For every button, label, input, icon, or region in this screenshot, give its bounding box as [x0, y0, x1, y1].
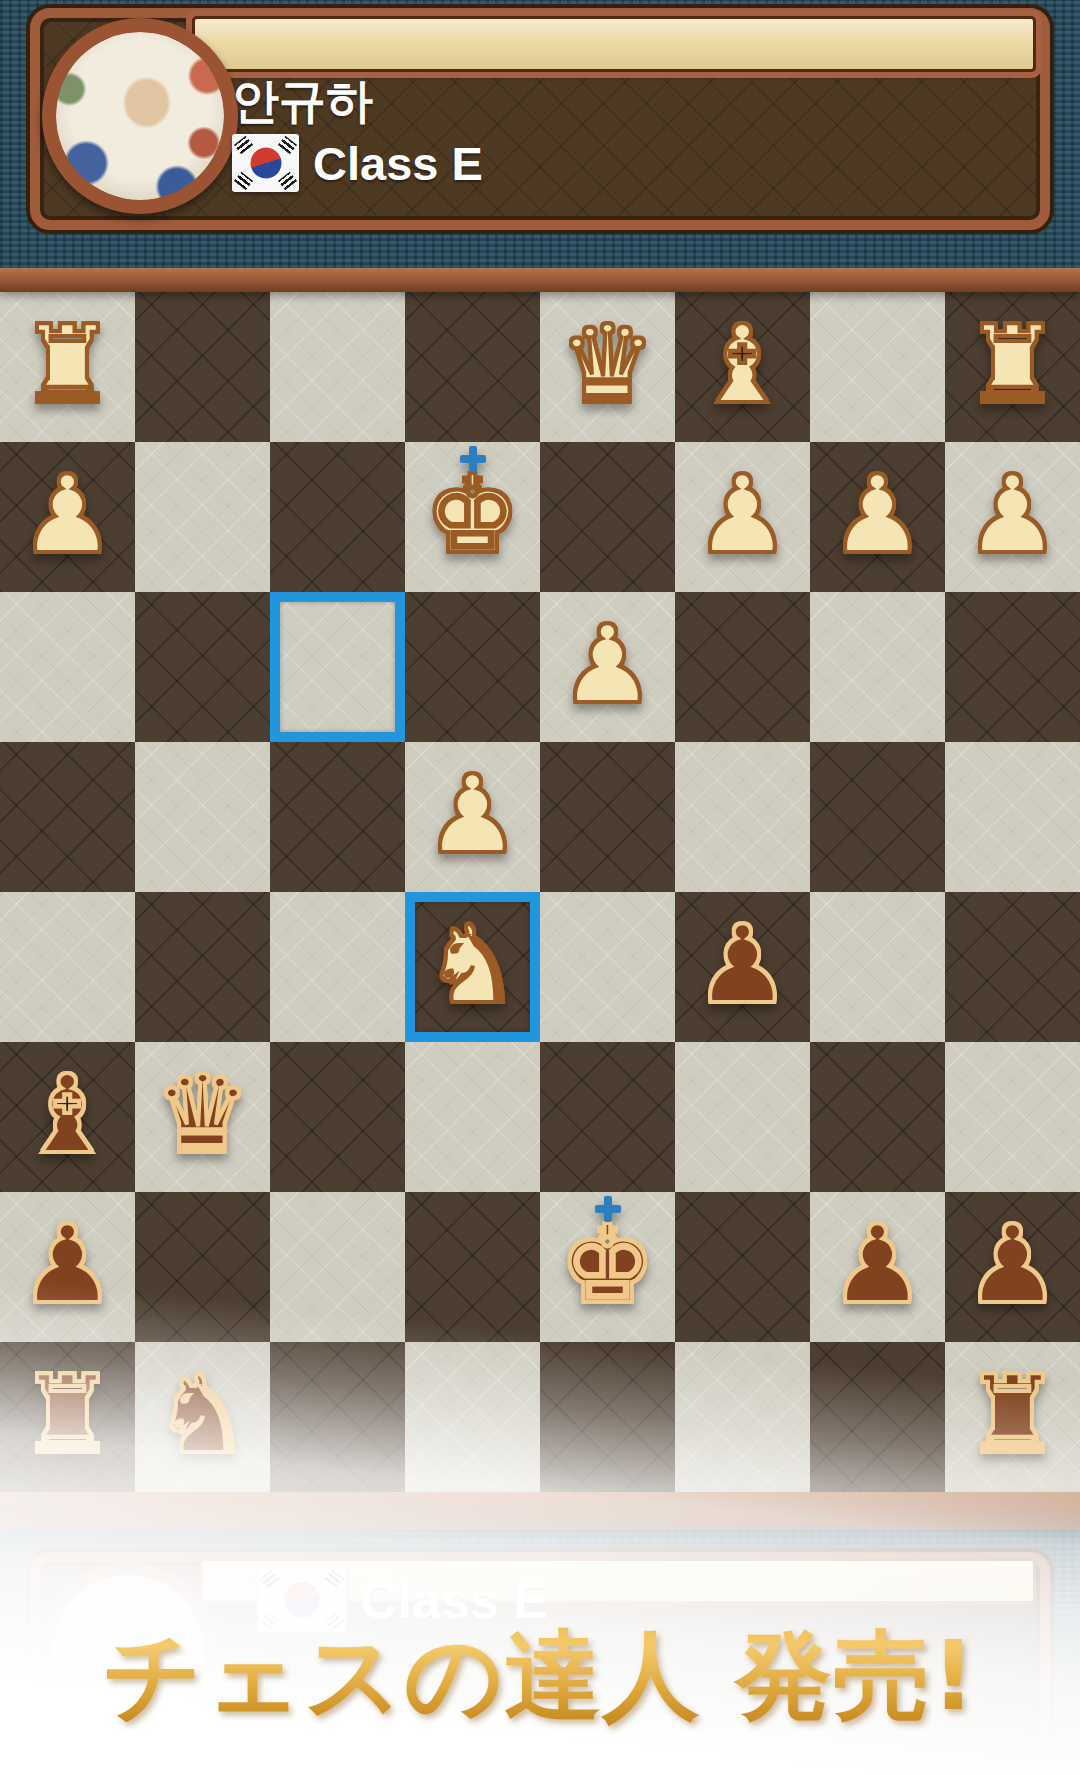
square-r2c1[interactable]: ♟ — [0, 442, 135, 592]
square-r5c1[interactable] — [0, 892, 135, 1042]
opponent-timer-bar — [192, 16, 1036, 72]
square-r2c6[interactable]: ♟ — [675, 442, 810, 592]
trigram-icon — [278, 136, 297, 155]
square-r8c1[interactable]: ♜ — [0, 1342, 135, 1492]
app-screen: 안규하 Class E ♜♛♝♜♟♚♟♟♟♟♟♞♟♝♛♟♚♟♟♜♞♜ — [0, 0, 1080, 1775]
cream-pawn: ♟ — [405, 742, 540, 892]
top-header-background: 안규하 Class E — [0, 0, 1080, 292]
opponent-name: 안규하 — [232, 70, 373, 133]
square-r6c3[interactable] — [270, 1042, 405, 1192]
square-r1c7[interactable] — [810, 292, 945, 442]
square-r3c8[interactable] — [945, 592, 1080, 742]
square-r7c1[interactable]: ♟ — [0, 1192, 135, 1342]
cream-pawn: ♟ — [675, 442, 810, 592]
brown-pawn: ♟ — [810, 1192, 945, 1342]
square-r5c4[interactable]: ♞ — [405, 892, 540, 1042]
brown-knight: ♞ — [135, 1342, 270, 1492]
opponent-panel: 안규하 Class E — [30, 8, 1050, 230]
square-r3c4[interactable] — [405, 592, 540, 742]
square-r8c2[interactable]: ♞ — [135, 1342, 270, 1492]
square-r6c2[interactable]: ♛ — [135, 1042, 270, 1192]
trigram-icon — [278, 172, 297, 191]
square-r3c6[interactable] — [675, 592, 810, 742]
korea-flag-icon — [232, 134, 299, 192]
brown-pawn: ♟ — [0, 1192, 135, 1342]
king-cross-icon — [458, 444, 488, 474]
cream-bishop: ♝ — [675, 292, 810, 442]
square-r3c3[interactable] — [270, 592, 405, 742]
square-r6c4[interactable] — [405, 1042, 540, 1192]
square-r7c2[interactable] — [135, 1192, 270, 1342]
square-r2c7[interactable]: ♟ — [810, 442, 945, 592]
square-r3c1[interactable] — [0, 592, 135, 742]
trigram-icon — [325, 1570, 344, 1589]
square-r3c2[interactable] — [135, 592, 270, 742]
avatar-photo — [56, 32, 224, 200]
brown-bishop: ♝ — [0, 1042, 135, 1192]
opponent-avatar[interactable] — [42, 18, 238, 214]
square-r4c2[interactable] — [135, 742, 270, 892]
opponent-rating-row: Class E — [232, 134, 483, 192]
brown-king: ♚ — [540, 1192, 675, 1342]
square-r5c3[interactable] — [270, 892, 405, 1042]
square-r8c3[interactable] — [270, 1342, 405, 1492]
brown-queen: ♛ — [135, 1042, 270, 1192]
cream-rook: ♜ — [945, 292, 1080, 442]
brown-rook: ♜ — [945, 1342, 1080, 1492]
square-r7c5[interactable]: ♚ — [540, 1192, 675, 1342]
square-r4c4[interactable]: ♟ — [405, 742, 540, 892]
cream-pawn: ♟ — [0, 442, 135, 592]
cream-king: ♚ — [405, 442, 540, 592]
square-r2c8[interactable]: ♟ — [945, 442, 1080, 592]
square-r5c6[interactable]: ♟ — [675, 892, 810, 1042]
square-r2c3[interactable] — [270, 442, 405, 592]
square-r8c5[interactable] — [540, 1342, 675, 1492]
brown-rook: ♜ — [0, 1342, 135, 1492]
cream-pawn: ♟ — [540, 592, 675, 742]
brown-pawn: ♟ — [945, 1192, 1080, 1342]
square-r1c6[interactable]: ♝ — [675, 292, 810, 442]
cream-pawn: ♟ — [810, 442, 945, 592]
square-r4c1[interactable] — [0, 742, 135, 892]
cream-knight: ♞ — [405, 892, 540, 1042]
brown-pawn: ♟ — [675, 892, 810, 1042]
square-r4c7[interactable] — [810, 742, 945, 892]
square-r3c5[interactable]: ♟ — [540, 592, 675, 742]
square-r7c8[interactable]: ♟ — [945, 1192, 1080, 1342]
cream-pawn: ♟ — [945, 442, 1080, 592]
square-r7c4[interactable] — [405, 1192, 540, 1342]
square-r1c3[interactable] — [270, 292, 405, 442]
wood-divider-bottom — [0, 1492, 1080, 1530]
square-r1c8[interactable]: ♜ — [945, 292, 1080, 442]
square-r8c8[interactable]: ♜ — [945, 1342, 1080, 1492]
chess-board[interactable]: ♜♛♝♜♟♚♟♟♟♟♟♞♟♝♛♟♚♟♟♜♞♜ — [0, 292, 1080, 1492]
square-r5c2[interactable] — [135, 892, 270, 1042]
trigram-icon — [234, 136, 253, 155]
square-r6c1[interactable]: ♝ — [0, 1042, 135, 1192]
square-r5c7[interactable] — [810, 892, 945, 1042]
square-r6c5[interactable] — [540, 1042, 675, 1192]
taeguk-icon — [246, 143, 285, 182]
square-r2c2[interactable] — [135, 442, 270, 592]
square-r4c5[interactable] — [540, 742, 675, 892]
square-r7c7[interactable]: ♟ — [810, 1192, 945, 1342]
square-r6c8[interactable] — [945, 1042, 1080, 1192]
square-r6c6[interactable] — [675, 1042, 810, 1192]
trigram-icon — [260, 1570, 279, 1589]
square-r8c7[interactable] — [810, 1342, 945, 1492]
square-r7c6[interactable] — [675, 1192, 810, 1342]
square-r7c3[interactable] — [270, 1192, 405, 1342]
square-r1c1[interactable]: ♜ — [0, 292, 135, 442]
king-cross-icon — [593, 1194, 623, 1224]
opponent-class-label: Class E — [313, 136, 483, 191]
square-r4c6[interactable] — [675, 742, 810, 892]
square-r6c7[interactable] — [810, 1042, 945, 1192]
square-r4c3[interactable] — [270, 742, 405, 892]
trigram-icon — [234, 172, 253, 191]
square-r4c8[interactable] — [945, 742, 1080, 892]
wood-divider-top — [0, 268, 1080, 292]
square-r5c8[interactable] — [945, 892, 1080, 1042]
square-r1c5[interactable]: ♛ — [540, 292, 675, 442]
cream-rook: ♜ — [0, 292, 135, 442]
cream-queen: ♛ — [540, 292, 675, 442]
square-r2c4[interactable]: ♚ — [405, 442, 540, 592]
square-r3c7[interactable] — [810, 592, 945, 742]
square-r8c4[interactable] — [405, 1342, 540, 1492]
square-r8c6[interactable] — [675, 1342, 810, 1492]
square-r1c4[interactable] — [405, 292, 540, 442]
promo-banner-text: チェスの達人 発売! — [0, 1612, 1080, 1743]
square-r1c2[interactable] — [135, 292, 270, 442]
square-r5c5[interactable] — [540, 892, 675, 1042]
square-r2c5[interactable] — [540, 442, 675, 592]
